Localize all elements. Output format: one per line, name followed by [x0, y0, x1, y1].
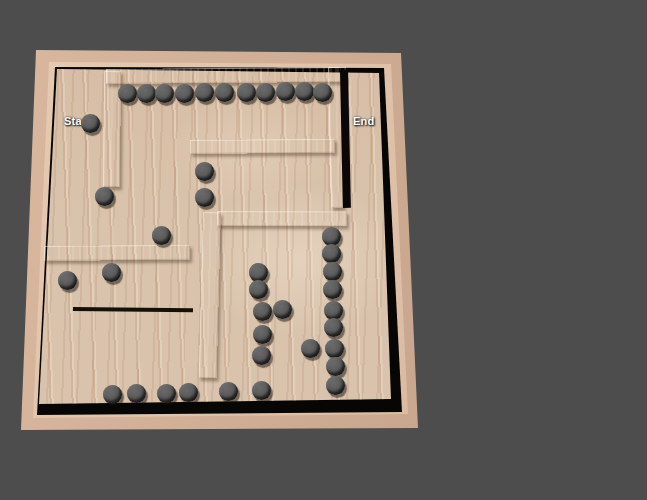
maze-hole [273, 300, 292, 319]
maze-hole [127, 384, 146, 403]
maze-hole [237, 83, 256, 102]
maze-hole [276, 82, 295, 101]
maze-hole [152, 226, 171, 245]
maze-hole [81, 114, 100, 133]
maze-hole [103, 385, 122, 404]
maze-hole [326, 376, 345, 395]
maze-hole [219, 382, 238, 401]
maze-hole [253, 302, 272, 321]
maze-hole [256, 83, 275, 102]
maze-hole [324, 301, 343, 320]
end-label: End [353, 115, 374, 127]
maze-hole [324, 318, 343, 337]
maze-hole [249, 280, 268, 299]
holes-layer [0, 0, 647, 500]
maze-hole [313, 83, 332, 102]
viewport: Start End [0, 0, 647, 500]
maze-hole [137, 84, 156, 103]
maze-hole [252, 381, 271, 400]
maze-hole [175, 84, 194, 103]
maze-hole [252, 346, 271, 365]
maze-hole [58, 271, 77, 290]
maze-hole [323, 262, 342, 281]
maze-hole [295, 82, 314, 101]
maze-hole [157, 384, 176, 403]
maze-hole [155, 84, 174, 103]
maze-hole [95, 187, 114, 206]
maze-hole [326, 357, 345, 376]
maze-hole [195, 162, 214, 181]
maze-hole [322, 244, 341, 263]
maze-hole [249, 263, 268, 282]
maze-hole [102, 263, 121, 282]
maze-hole [118, 84, 137, 103]
maze-hole [322, 227, 341, 246]
maze-hole [179, 383, 198, 402]
maze-hole [301, 339, 320, 358]
maze-hole [195, 188, 214, 207]
maze-hole [195, 83, 214, 102]
maze-hole [253, 325, 272, 344]
maze-hole [325, 339, 344, 358]
maze-hole [215, 83, 234, 102]
maze-hole [323, 280, 342, 299]
